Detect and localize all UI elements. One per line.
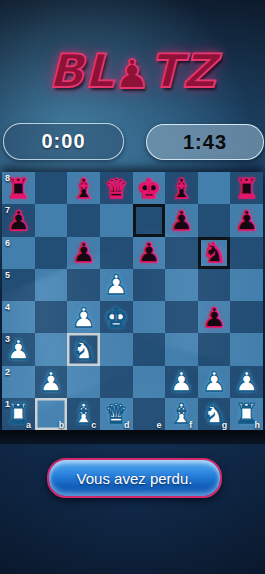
board-bottom-shadow [0,430,265,444]
square-f1[interactable]: ♝ [165,398,198,430]
square-h2[interactable]: ♟ [230,366,263,398]
rank-label-5: 5 [5,270,10,280]
black-bishop-f8[interactable]: ♝ [169,175,193,202]
square-b6[interactable] [35,237,68,269]
black-pawn-f7[interactable]: ♟ [169,207,193,234]
board-grid: ♜♝♛♚♝♜♟♟♟♟♟♞♟♟♚♟♟♞♟♟♟♟♜♝♛♝♞♜ [2,172,263,430]
square-g4[interactable]: ♟ [198,301,231,333]
rank-label-3: 3 [5,334,10,344]
square-c6[interactable]: ♟ [67,237,100,269]
file-label-g: g [222,420,228,430]
square-g3[interactable] [198,333,231,365]
logo-text-right: TZ [150,44,217,98]
square-d5[interactable]: ♟ [100,269,133,301]
square-f8[interactable]: ♝ [165,172,198,204]
square-e4[interactable] [133,301,166,333]
file-label-b: b [59,420,65,430]
square-f4[interactable] [165,301,198,333]
rank-label-6: 6 [5,238,10,248]
square-c4[interactable]: ♟ [67,301,100,333]
rank-label-7: 7 [5,205,10,215]
rank-label-1: 1 [5,399,10,409]
square-e7[interactable] [133,204,166,236]
rank-label-2: 2 [5,367,10,377]
square-h3[interactable] [230,333,263,365]
square-d6[interactable] [100,237,133,269]
white-pawn-d5[interactable]: ♟ [104,271,128,298]
white-pawn-g2[interactable]: ♟ [202,368,226,395]
square-e5[interactable] [133,269,166,301]
square-h8[interactable]: ♜ [230,172,263,204]
square-g5[interactable] [198,269,231,301]
white-clock: 0:00 [3,123,124,160]
square-e6[interactable]: ♟ [133,237,166,269]
app-screen: BL♟TZ 0:00 1:43 ♜♝♛♚♝♜♟♟♟♟♟♞♟♟♚♟♟♞♟♟♟♟♜♝… [0,0,265,574]
square-f6[interactable] [165,237,198,269]
square-d4[interactable]: ♚ [100,301,133,333]
square-f7[interactable]: ♟ [165,204,198,236]
square-h5[interactable] [230,269,263,301]
white-knight-c3[interactable]: ♞ [71,336,95,363]
file-label-f: f [189,420,192,430]
square-f2[interactable]: ♟ [165,366,198,398]
white-pawn-b2[interactable]: ♟ [39,368,63,395]
square-e8[interactable]: ♚ [133,172,166,204]
app-logo: BL♟TZ [0,44,265,98]
logo-pawn-icon: ♟ [114,51,151,97]
black-clock-time: 1:43 [183,131,227,154]
file-label-h: h [254,420,260,430]
square-b2[interactable]: ♟ [35,366,68,398]
square-h7[interactable]: ♟ [230,204,263,236]
square-d2[interactable] [100,366,133,398]
black-clock: 1:43 [146,124,264,160]
square-b4[interactable] [35,301,68,333]
rank-label-8: 8 [5,173,10,183]
white-pawn-c4[interactable]: ♟ [71,304,95,331]
black-queen-d8[interactable]: ♛ [104,175,128,202]
square-b5[interactable] [35,269,68,301]
square-f3[interactable] [165,333,198,365]
square-g7[interactable] [198,204,231,236]
black-rook-h8[interactable]: ♜ [235,175,259,202]
white-pawn-h2[interactable]: ♟ [235,368,259,395]
white-pawn-f2[interactable]: ♟ [169,368,193,395]
square-g8[interactable] [198,172,231,204]
file-label-c: c [91,420,96,430]
file-label-d: d [124,420,130,430]
game-over-banner[interactable]: Vous avez perdu. [47,458,222,498]
game-over-text: Vous avez perdu. [77,470,193,487]
rank-label-4: 4 [5,302,10,312]
square-c7[interactable] [67,204,100,236]
black-pawn-g4[interactable]: ♟ [202,304,226,331]
white-king-d4[interactable]: ♚ [104,304,128,331]
square-c8[interactable]: ♝ [67,172,100,204]
square-c2[interactable] [67,366,100,398]
square-d8[interactable]: ♛ [100,172,133,204]
black-pawn-c6[interactable]: ♟ [71,239,95,266]
square-b7[interactable] [35,204,68,236]
square-h6[interactable] [230,237,263,269]
square-d3[interactable] [100,333,133,365]
black-knight-g6[interactable]: ♞ [202,239,226,266]
black-pawn-h7[interactable]: ♟ [235,207,259,234]
file-label-e: e [157,420,162,430]
white-clock-time: 0:00 [41,130,85,153]
chess-board: ♜♝♛♚♝♜♟♟♟♟♟♞♟♟♚♟♟♞♟♟♟♟♜♝♛♝♞♜ 87654321abc… [2,172,263,430]
black-bishop-c8[interactable]: ♝ [71,175,95,202]
square-f5[interactable] [165,269,198,301]
square-g2[interactable]: ♟ [198,366,231,398]
black-pawn-e6[interactable]: ♟ [137,239,161,266]
square-b3[interactable] [35,333,68,365]
square-e3[interactable] [133,333,166,365]
square-h4[interactable] [230,301,263,333]
square-e2[interactable] [133,366,166,398]
black-king-e8[interactable]: ♚ [137,175,161,202]
square-d7[interactable] [100,204,133,236]
logo-text-left: BL [49,44,115,98]
file-label-a: a [26,420,31,430]
square-c3[interactable]: ♞ [67,333,100,365]
square-b8[interactable] [35,172,68,204]
square-g6[interactable]: ♞ [198,237,231,269]
square-c5[interactable] [67,269,100,301]
